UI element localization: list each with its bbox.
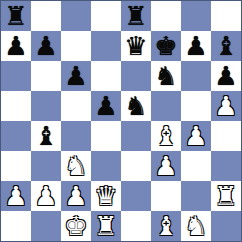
square-a7[interactable]: ♟ xyxy=(1,31,31,61)
black-pawn-icon[interactable]: ♟ xyxy=(214,61,237,91)
square-a1[interactable] xyxy=(1,211,31,241)
white-bishop-icon[interactable]: ♝ xyxy=(154,121,177,151)
square-f7[interactable]: ♚ xyxy=(151,31,181,61)
white-king-icon[interactable]: ♚ xyxy=(64,211,87,241)
square-f3[interactable]: ♟ xyxy=(151,151,181,181)
square-f5[interactable] xyxy=(151,91,181,121)
square-g8[interactable] xyxy=(181,1,211,31)
square-b4[interactable]: ♝ xyxy=(31,121,61,151)
square-e2[interactable] xyxy=(121,181,151,211)
square-f8[interactable] xyxy=(151,1,181,31)
square-g3[interactable] xyxy=(181,151,211,181)
square-a2[interactable]: ♟ xyxy=(1,181,31,211)
square-c5[interactable] xyxy=(61,91,91,121)
square-g5[interactable] xyxy=(181,91,211,121)
black-rook-icon[interactable]: ♜ xyxy=(124,1,147,31)
square-e8[interactable]: ♜ xyxy=(121,1,151,31)
square-c7[interactable] xyxy=(61,31,91,61)
white-bishop-icon[interactable]: ♝ xyxy=(154,211,177,241)
square-d8[interactable] xyxy=(91,1,121,31)
square-d1[interactable]: ♜ xyxy=(91,211,121,241)
square-f2[interactable] xyxy=(151,181,181,211)
square-g4[interactable]: ♟ xyxy=(181,121,211,151)
white-pawn-icon[interactable]: ♟ xyxy=(214,91,237,121)
square-g7[interactable]: ♟ xyxy=(181,31,211,61)
black-pawn-icon[interactable]: ♟ xyxy=(4,31,27,61)
black-pawn-icon[interactable]: ♟ xyxy=(64,61,87,91)
white-knight-icon[interactable]: ♞ xyxy=(184,211,207,241)
square-h7[interactable]: ♝ xyxy=(211,31,241,61)
square-h5[interactable]: ♟ xyxy=(211,91,241,121)
square-c2[interactable]: ♟ xyxy=(61,181,91,211)
square-e5[interactable]: ♞ xyxy=(121,91,151,121)
square-g1[interactable]: ♞ xyxy=(181,211,211,241)
square-d7[interactable] xyxy=(91,31,121,61)
black-bishop-icon[interactable]: ♝ xyxy=(34,121,57,151)
square-c6[interactable]: ♟ xyxy=(61,61,91,91)
square-f4[interactable]: ♝ xyxy=(151,121,181,151)
square-f1[interactable]: ♝ xyxy=(151,211,181,241)
square-e6[interactable] xyxy=(121,61,151,91)
square-h4[interactable] xyxy=(211,121,241,151)
chess-board: ♜♜♟♟♛♚♟♝♟♞♟♟♞♟♝♝♟♞♟♟♟♟♛♜♚♜♝♞ xyxy=(0,0,242,242)
square-a6[interactable] xyxy=(1,61,31,91)
square-b7[interactable]: ♟ xyxy=(31,31,61,61)
square-d2[interactable]: ♛ xyxy=(91,181,121,211)
white-queen-icon[interactable]: ♛ xyxy=(94,181,117,211)
square-b6[interactable] xyxy=(31,61,61,91)
black-bishop-icon[interactable]: ♝ xyxy=(214,31,237,61)
white-rook-icon[interactable]: ♜ xyxy=(214,181,237,211)
square-b5[interactable] xyxy=(31,91,61,121)
white-pawn-icon[interactable]: ♟ xyxy=(154,151,177,181)
square-e7[interactable]: ♛ xyxy=(121,31,151,61)
black-knight-icon[interactable]: ♞ xyxy=(154,61,177,91)
square-e3[interactable] xyxy=(121,151,151,181)
black-pawn-icon[interactable]: ♟ xyxy=(184,31,207,61)
square-d4[interactable] xyxy=(91,121,121,151)
white-pawn-icon[interactable]: ♟ xyxy=(64,181,87,211)
square-a5[interactable] xyxy=(1,91,31,121)
square-a3[interactable] xyxy=(1,151,31,181)
white-rook-icon[interactable]: ♜ xyxy=(94,211,117,241)
square-b8[interactable] xyxy=(31,1,61,31)
black-queen-icon[interactable]: ♛ xyxy=(124,31,147,61)
square-h2[interactable]: ♜ xyxy=(211,181,241,211)
white-pawn-icon[interactable]: ♟ xyxy=(34,181,57,211)
square-c1[interactable]: ♚ xyxy=(61,211,91,241)
square-g2[interactable] xyxy=(181,181,211,211)
square-b2[interactable]: ♟ xyxy=(31,181,61,211)
square-a8[interactable]: ♜ xyxy=(1,1,31,31)
square-e1[interactable] xyxy=(121,211,151,241)
square-d6[interactable] xyxy=(91,61,121,91)
square-h3[interactable] xyxy=(211,151,241,181)
black-pawn-icon[interactable]: ♟ xyxy=(94,91,117,121)
square-b3[interactable] xyxy=(31,151,61,181)
black-rook-icon[interactable]: ♜ xyxy=(4,1,27,31)
black-knight-icon[interactable]: ♞ xyxy=(124,91,147,121)
square-c4[interactable] xyxy=(61,121,91,151)
square-d5[interactable]: ♟ xyxy=(91,91,121,121)
square-c3[interactable]: ♞ xyxy=(61,151,91,181)
square-c8[interactable] xyxy=(61,1,91,31)
white-knight-icon[interactable]: ♞ xyxy=(64,151,87,181)
square-f6[interactable]: ♞ xyxy=(151,61,181,91)
black-pawn-icon[interactable]: ♟ xyxy=(34,31,57,61)
white-pawn-icon[interactable]: ♟ xyxy=(4,181,27,211)
square-h8[interactable] xyxy=(211,1,241,31)
square-h1[interactable] xyxy=(211,211,241,241)
square-a4[interactable] xyxy=(1,121,31,151)
square-e4[interactable] xyxy=(121,121,151,151)
square-h6[interactable]: ♟ xyxy=(211,61,241,91)
square-d3[interactable] xyxy=(91,151,121,181)
black-king-icon[interactable]: ♚ xyxy=(154,31,177,61)
square-b1[interactable] xyxy=(31,211,61,241)
white-pawn-icon[interactable]: ♟ xyxy=(184,121,207,151)
square-g6[interactable] xyxy=(181,61,211,91)
